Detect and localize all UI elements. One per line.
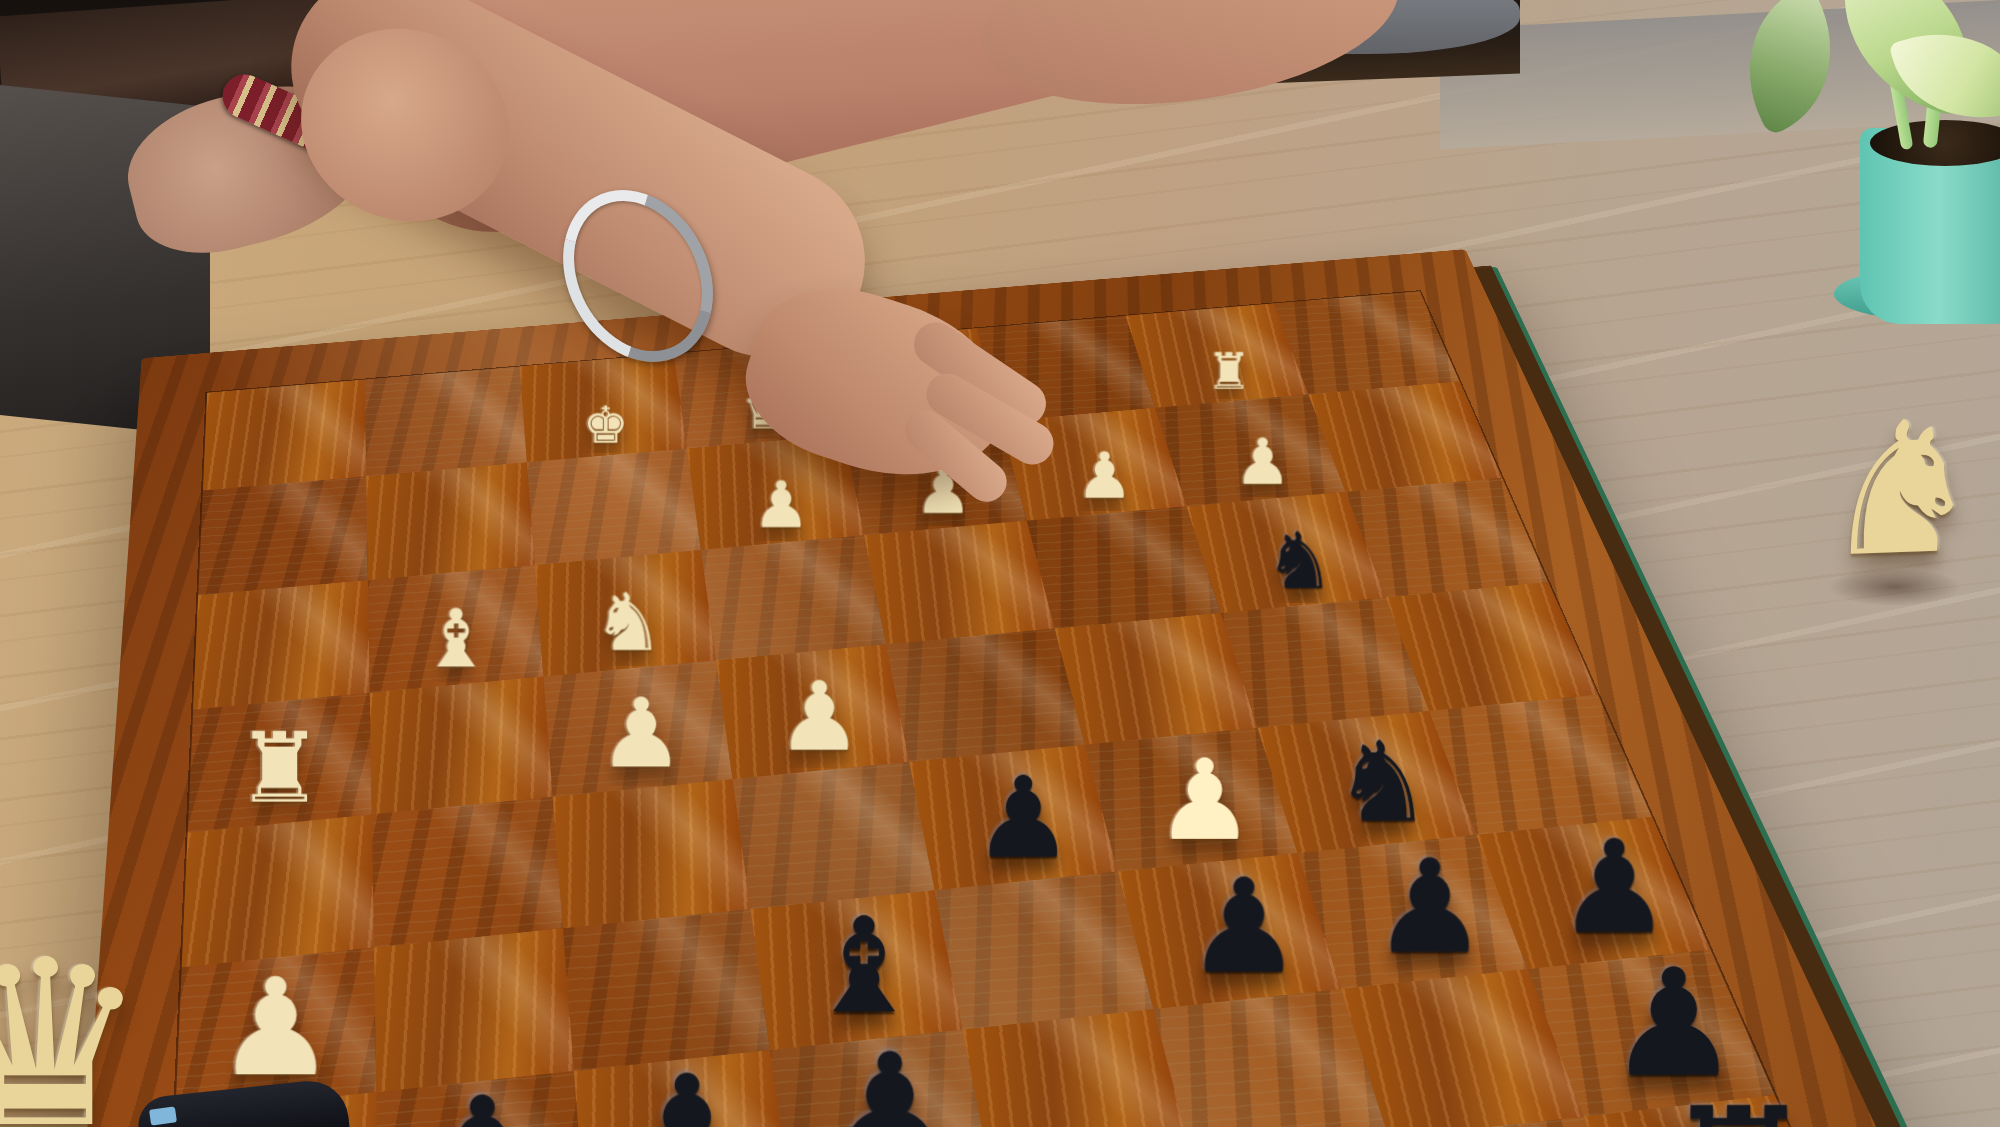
photo-stage: ♚♛♝♜♟♟♟♟♝♞♞♜♟♟♟♟♞♟♝♟♟♟♟♟♟♟♜♝♚♛♜ ♞ ♛ [0,0,2000,1127]
square-gloss [553,779,750,928]
square-gloss [732,762,935,909]
piece-glyph: ♞ [1333,726,1433,837]
white-pawn-c2[interactable]: ♟ [1076,444,1133,508]
piece-glyph: ♟ [216,960,337,1095]
white-pawn-c5[interactable]: ♟ [1154,744,1254,856]
square-gloss [371,797,563,947]
black-rook-a8[interactable]: ♜ [1662,1086,1815,1127]
square-gloss [527,448,701,565]
square-f5[interactable] [553,779,750,928]
square-d4[interactable] [886,628,1085,762]
piece-glyph: ♟ [1235,430,1292,494]
square-c7[interactable] [1153,989,1389,1127]
white-rook-h4[interactable]: ♜ [236,720,323,817]
black-queen-b8[interactable]: ♛ [1460,1108,1614,1127]
square-gloss [198,476,367,595]
piece-glyph: ♟ [598,686,684,782]
piece-glyph: ♟ [1372,842,1488,972]
black-pawn-b6[interactable]: ♟ [1372,842,1488,972]
piece-glyph: ♟ [1185,861,1302,991]
piece-glyph: ♞ [1265,521,1335,599]
black-pawn-c6[interactable]: ♟ [1185,861,1302,991]
white-bishop-g3[interactable]: ♝ [420,598,492,678]
square-g2[interactable] [366,462,535,580]
white-pawn-f4[interactable]: ♟ [598,686,684,782]
square-g1[interactable] [364,367,527,477]
square-e4[interactable]: ♟ [716,644,910,779]
black-pawn-e7[interactable]: ♟ [821,1032,958,1127]
piece-glyph: ♟ [412,1076,551,1127]
piece-glyph: ♟ [1154,744,1254,856]
square-h2[interactable] [198,476,367,595]
captured-white-knight[interactable]: ♞ [1816,395,1985,583]
white-king-f1[interactable]: ♚ [583,399,629,450]
square-gloss [886,628,1085,762]
piece-glyph: ♜ [1207,346,1252,396]
square-gloss [700,535,885,660]
black-pawn-g7[interactable]: ♟ [412,1076,551,1127]
piece-glyph: ♟ [1076,444,1133,508]
square-f4[interactable]: ♟ [543,660,732,797]
square-h3[interactable] [193,580,369,709]
white-rook-b1[interactable]: ♜ [1207,346,1252,396]
black-knight-b5[interactable]: ♞ [1333,726,1433,837]
white-knight-f3[interactable]: ♞ [593,582,665,662]
square-gloss [369,676,552,814]
square-d3[interactable] [864,521,1054,644]
spare-white-queen[interactable]: ♛ [0,930,148,1127]
white-pawn-e2[interactable]: ♟ [752,473,810,538]
square-g4[interactable] [369,676,552,814]
piece-glyph: ♜ [236,720,323,817]
square-h1[interactable] [203,380,366,491]
square-gloss [1153,989,1389,1127]
piece-glyph: ♛ [1460,1108,1614,1127]
black-pawn-a6[interactable]: ♟ [1556,823,1671,952]
white-pawn-b2[interactable]: ♟ [1235,430,1292,494]
piece-glyph: ♟ [776,669,862,765]
piece-glyph: ♝ [420,598,492,678]
white-pawn-e4[interactable]: ♟ [776,669,862,765]
piece-glyph: ♟ [752,473,810,538]
square-e3[interactable] [700,535,885,660]
square-f1[interactable]: ♚ [520,354,687,462]
square-d5[interactable]: ♟ [909,745,1117,890]
square-gloss [193,580,369,709]
black-bishop-e6[interactable]: ♝ [805,900,923,1032]
white-pawn-h6[interactable]: ♟ [216,960,337,1095]
square-e5[interactable] [732,762,935,909]
square-g5[interactable] [371,797,563,947]
piece-glyph: ♚ [583,399,629,450]
square-f2[interactable] [527,448,701,565]
piece-glyph: ♜ [1662,1086,1815,1127]
piece-glyph: ♞ [593,582,665,662]
square-gloss [203,380,366,491]
piece-glyph: ♟ [973,762,1074,874]
piece-glyph: ♟ [618,1054,756,1127]
piece-glyph: ♟ [1556,823,1671,952]
black-pawn-d5[interactable]: ♟ [973,762,1074,874]
square-h4[interactable]: ♜ [188,693,372,833]
black-knight-b3[interactable]: ♞ [1265,521,1335,599]
black-pawn-f7[interactable]: ♟ [618,1054,756,1127]
square-gloss [366,462,535,580]
piece-glyph: ♟ [821,1032,958,1127]
square-gloss [364,367,527,477]
square-gloss [864,521,1054,644]
piece-glyph: ♝ [805,900,923,1032]
